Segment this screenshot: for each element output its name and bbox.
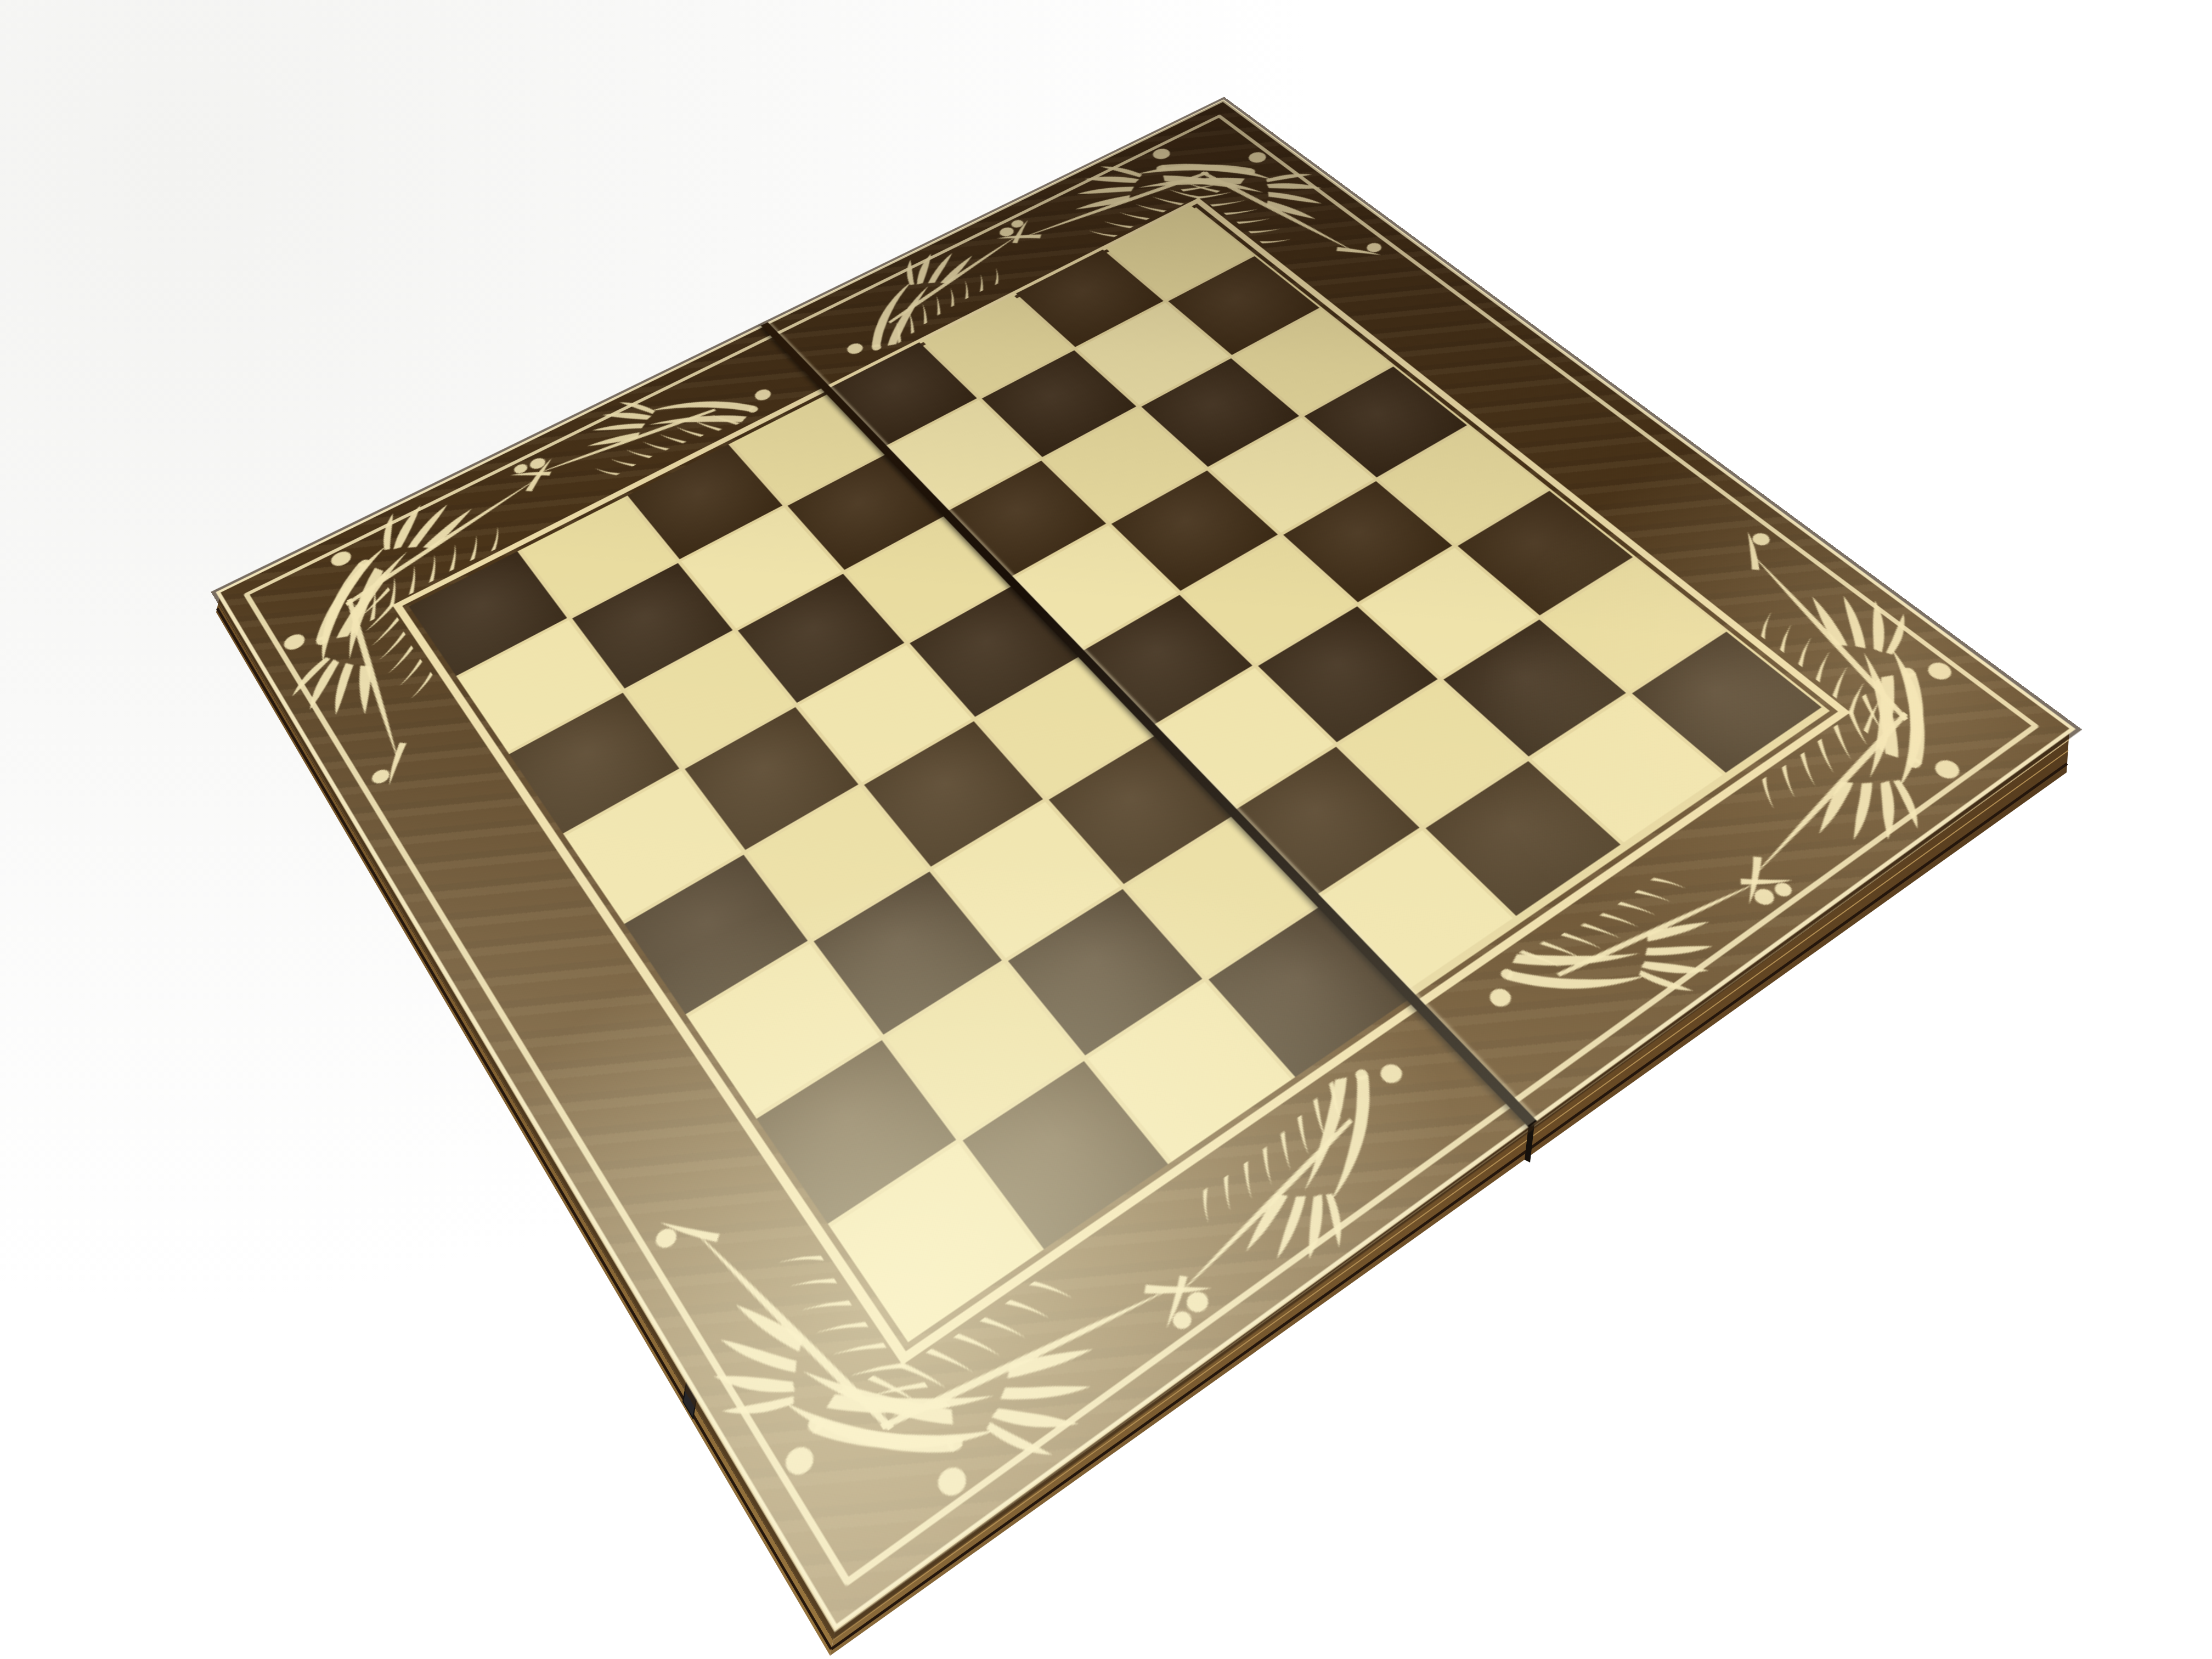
photo-scene	[0, 0, 2212, 1659]
